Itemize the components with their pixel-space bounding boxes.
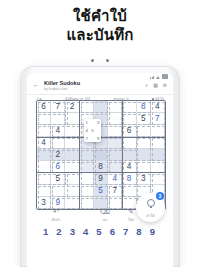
hint-button[interactable]: 3 คำใบ้ (136, 193, 165, 222)
notes-popup: 134579 (84, 119, 101, 142)
promo-title: ใช้คำใบ้ และบันทึก (0, 6, 200, 44)
battery-icon (162, 74, 169, 79)
cage-outline (52, 150, 79, 161)
candidate-6 (95, 127, 101, 135)
cage-outline (67, 102, 80, 125)
numpad-8[interactable]: 8 (136, 226, 141, 237)
app-bar-divider (27, 94, 173, 95)
app-bar-icons: ◐ ▦ ⚙ (146, 82, 167, 88)
cage-outline (123, 126, 136, 149)
candidate-9: 9 (95, 134, 101, 142)
signal-icon (150, 76, 154, 79)
settings-icon[interactable]: ⚙ (163, 82, 167, 88)
numpad-7[interactable]: 7 (123, 226, 128, 237)
cage-outline (81, 102, 108, 113)
cage-outline (109, 102, 122, 125)
cage-outline (38, 102, 65, 113)
undo-button[interactable]: ↶เลิกทำ (43, 208, 69, 223)
cage-outline (81, 186, 108, 197)
cage-outline (137, 138, 150, 161)
undo-label: เลิกทำ (43, 217, 69, 223)
numpad-3[interactable]: 3 (70, 226, 75, 237)
carousel-dot (106, 59, 109, 62)
cage-outline (137, 162, 164, 173)
erase-label: ลบ (92, 217, 118, 223)
back-button[interactable]: ← (33, 82, 39, 88)
hint-label: คำใบ้ (136, 213, 165, 219)
cage-outline (152, 102, 165, 125)
carousel-dots (0, 59, 200, 62)
carousel-dot (91, 59, 94, 62)
cage-outline (109, 162, 122, 173)
status-bar (150, 75, 168, 79)
cage-outline (152, 138, 165, 161)
promo-title-line2: และบันทึก (0, 25, 200, 44)
numpad-2[interactable]: 2 (56, 226, 61, 237)
erase-button[interactable]: ⌫ลบ (92, 208, 118, 223)
cage-outline (95, 150, 108, 173)
lightbulb-icon (147, 199, 155, 207)
numpad: 123456789 (43, 226, 155, 237)
cage-outline (95, 174, 122, 185)
cage-outline (38, 126, 51, 149)
box-line-horizontal (37, 137, 165, 138)
cage-outline (38, 174, 65, 185)
cage-outline (137, 126, 164, 137)
cage-outline (38, 114, 65, 125)
undo-icon: ↶ (43, 208, 69, 215)
erase-icon: ⌫ (92, 208, 118, 215)
cage-outline (123, 102, 150, 113)
theme-icon[interactable]: ◐ (146, 82, 149, 88)
app-subtitle: by Sudoku.com (44, 87, 67, 91)
cage-outline (52, 186, 79, 197)
cage-outline (52, 126, 79, 137)
cage-outline (81, 150, 94, 161)
cage-outline (81, 198, 108, 209)
wifi-icon (156, 76, 160, 79)
hint-badge: 3 (156, 192, 164, 200)
cage-outline (38, 150, 51, 173)
app-title: Killer Sudoku (44, 80, 80, 86)
box-line-vertical (122, 101, 123, 209)
numpad-9[interactable]: 9 (150, 226, 155, 237)
box-line-horizontal (37, 172, 165, 173)
app-bar: ← Killer Sudoku by Sudoku.com ◐ ▦ ⚙ (32, 80, 168, 92)
tablet-mockup: ← Killer Sudoku by Sudoku.com ◐ ▦ ⚙ ง่าย… (20, 66, 180, 267)
cage-outline (52, 138, 79, 149)
cage-outline (52, 198, 79, 209)
app-screen: ← Killer Sudoku by Sudoku.com ◐ ▦ ⚙ ง่าย… (27, 73, 173, 267)
promo-title-line1: ใช้คำใบ้ (0, 6, 200, 25)
cage-outline (52, 162, 79, 173)
numpad-5[interactable]: 5 (96, 226, 101, 237)
numpad-6[interactable]: 6 (110, 226, 115, 237)
numpad-1[interactable]: 1 (43, 226, 48, 237)
candidate-3: 3 (95, 119, 101, 127)
numpad-4[interactable]: 4 (83, 226, 88, 237)
cage-outline (38, 186, 51, 209)
box-line-vertical (79, 101, 80, 209)
stats-icon[interactable]: ▦ (153, 82, 158, 88)
cage-outline (123, 114, 150, 125)
